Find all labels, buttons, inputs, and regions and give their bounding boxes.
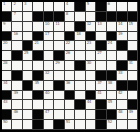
white-cell[interactable] [23,12,33,22]
black-cell [107,12,117,22]
clue-number: 46 [13,110,17,114]
clue-number: 22 [66,41,70,45]
white-cell[interactable]: 8 [65,12,75,22]
white-cell[interactable] [44,51,54,61]
white-cell[interactable] [44,2,54,12]
clue-number: 35 [34,81,38,85]
clue-number: 47 [45,110,49,114]
clue-number: 26 [66,51,70,55]
white-cell[interactable] [128,32,138,42]
clue-number: 42 [118,91,122,95]
clue-number: 34 [3,81,7,85]
white-cell[interactable]: 13 [96,22,106,32]
clue-number: 4 [66,2,68,6]
clue-number: 15 [129,22,133,26]
white-cell[interactable]: 39 [12,91,22,101]
clue-number: 51 [66,120,70,124]
black-cell [96,2,106,12]
clue-number: 30 [87,61,91,65]
white-cell[interactable] [54,91,64,101]
black-cell [96,100,106,110]
clue-number: 40 [45,91,49,95]
white-cell[interactable] [65,22,75,32]
white-cell[interactable] [75,91,85,101]
clue-number: 41 [97,91,101,95]
white-cell[interactable] [54,110,64,120]
clue-number: 8 [66,12,68,16]
white-cell[interactable]: 49 [128,110,138,120]
white-cell[interactable] [128,41,138,51]
clue-number: 31 [129,61,133,65]
clue-number: 2 [13,2,15,6]
white-cell[interactable]: 46 [12,110,22,120]
clue-number: 25 [24,51,28,55]
white-cell[interactable] [128,91,138,101]
black-cell [75,61,85,71]
clue-number: 20 [3,41,7,45]
white-cell[interactable] [86,110,96,120]
white-cell[interactable]: 50 [2,120,12,130]
white-cell[interactable] [86,120,96,130]
black-cell [33,51,43,61]
crossword-grid: 1234567891011121314151617181920212223242… [0,0,140,132]
white-cell[interactable] [75,41,85,51]
clue-number: 7 [13,12,15,16]
white-cell[interactable] [75,71,85,81]
white-cell[interactable] [33,2,43,12]
clue-number: 28 [3,61,7,65]
white-cell[interactable] [75,120,85,130]
white-cell[interactable]: 17 [44,32,54,42]
white-cell[interactable] [107,61,117,71]
white-cell[interactable] [23,32,33,42]
white-cell[interactable] [23,71,33,81]
white-cell[interactable] [23,100,33,110]
clue-number: 33 [118,71,122,75]
white-cell[interactable] [54,71,64,81]
clue-number: 49 [129,110,133,114]
black-cell [75,2,85,12]
white-cell[interactable]: 19 [117,32,127,42]
white-cell[interactable]: 34 [2,81,12,91]
black-cell [12,51,22,61]
white-cell[interactable]: 26 [65,51,75,61]
clue-number: 6 [108,2,110,6]
black-cell [54,120,64,130]
clue-number: 27 [97,51,101,55]
white-cell[interactable]: 9 [2,22,12,32]
white-cell[interactable]: 12 [86,22,96,32]
black-cell [65,91,75,101]
black-cell [33,12,43,22]
white-cell[interactable]: 42 [117,91,127,101]
white-cell[interactable]: 6 [107,2,117,12]
clue-number: 23 [87,41,91,45]
white-cell[interactable]: 15 [128,22,138,32]
white-cell[interactable] [33,100,43,110]
white-cell[interactable] [12,120,22,130]
clue-number: 10 [45,22,49,26]
white-cell[interactable] [128,71,138,81]
white-cell[interactable] [117,51,127,61]
white-cell[interactable] [86,71,96,81]
clue-number: 11 [55,22,59,26]
white-cell[interactable]: 40 [44,91,54,101]
white-cell[interactable]: 29 [54,61,64,71]
white-cell[interactable] [54,41,64,51]
white-cell[interactable] [23,61,33,71]
clue-number: 21 [34,41,38,45]
white-cell[interactable] [54,100,64,110]
white-cell[interactable] [23,91,33,101]
white-cell[interactable] [33,61,43,71]
white-cell[interactable] [12,61,22,71]
white-cell[interactable] [117,120,127,130]
white-cell[interactable]: 25 [23,51,33,61]
clue-number: 29 [55,61,59,65]
white-cell[interactable] [75,81,85,91]
white-cell[interactable]: 48 [117,110,127,120]
white-cell[interactable]: 36 [65,81,75,91]
white-cell[interactable] [107,51,117,61]
black-cell [33,120,43,130]
clue-number: 12 [87,22,91,26]
white-cell[interactable] [23,22,33,32]
white-cell[interactable]: 27 [96,51,106,61]
clue-number: 3 [24,2,26,6]
white-cell[interactable]: 43 [2,100,12,110]
black-cell [75,100,85,110]
black-cell [33,91,43,101]
white-cell[interactable]: 38 [107,81,117,91]
white-cell[interactable]: 35 [33,81,43,91]
white-cell[interactable]: 5 [86,2,96,12]
clue-number: 14 [118,22,122,26]
white-cell[interactable]: 32 [44,71,54,81]
white-cell[interactable]: 28 [2,61,12,71]
white-cell[interactable]: 41 [96,91,106,101]
black-cell [54,81,64,91]
white-cell[interactable]: 52 [107,120,117,130]
clue-number: 17 [45,32,49,36]
white-cell[interactable] [65,100,75,110]
white-cell[interactable] [96,61,106,71]
clue-number: 19 [118,32,122,36]
white-cell[interactable] [44,41,54,51]
clue-number: 38 [108,81,112,85]
clue-number: 5 [87,2,89,6]
black-cell [96,120,106,130]
white-cell[interactable]: 20 [2,41,12,51]
clue-number: 9 [3,22,5,26]
clue-number: 44 [87,100,91,104]
clue-number: 18 [76,32,80,36]
white-cell[interactable]: 7 [12,12,22,22]
clue-number: 37 [97,81,101,85]
white-cell[interactable] [75,51,85,61]
clue-number: 32 [45,71,49,75]
white-cell[interactable]: 16 [12,32,22,42]
white-cell[interactable]: 1 [2,2,12,12]
white-cell[interactable]: 44 [86,100,96,110]
clue-number: 48 [118,110,122,114]
white-cell[interactable] [96,32,106,42]
white-cell[interactable] [65,61,75,71]
clue-number: 16 [13,32,17,36]
black-cell [128,81,138,91]
white-cell[interactable] [23,120,33,130]
white-cell[interactable]: 51 [65,120,75,130]
white-cell[interactable]: 24 [107,41,117,51]
white-cell[interactable] [117,2,127,12]
black-cell [33,110,43,120]
white-cell[interactable]: 33 [117,71,127,81]
clue-number: 39 [13,91,17,95]
white-cell[interactable]: 23 [86,41,96,51]
clue-number: 36 [66,81,70,85]
white-cell[interactable] [12,41,22,51]
white-cell[interactable] [128,120,138,130]
white-cell[interactable] [33,22,43,32]
white-cell[interactable] [128,2,138,12]
white-cell[interactable] [23,110,33,120]
white-cell[interactable] [107,22,117,32]
white-cell[interactable] [44,120,54,130]
white-cell[interactable]: 11 [54,22,64,32]
clue-number: 43 [3,100,7,104]
white-cell[interactable]: 47 [44,110,54,120]
white-cell[interactable] [75,110,85,120]
black-cell [23,81,33,91]
black-cell [96,110,106,120]
white-cell[interactable] [86,81,96,91]
clue-number: 50 [3,120,7,124]
black-cell [12,71,22,81]
white-cell[interactable] [54,2,64,12]
white-cell[interactable]: 31 [128,61,138,71]
white-cell[interactable]: 18 [75,32,85,42]
clue-number: 45 [108,100,112,104]
white-cell[interactable]: 21 [33,41,43,51]
white-cell[interactable] [75,12,85,22]
clue-number: 1 [3,2,5,6]
black-cell [117,41,127,51]
clue-number: 13 [97,22,101,26]
white-cell[interactable]: 30 [86,61,96,71]
white-cell[interactable]: 45 [107,100,117,110]
white-cell[interactable]: 3 [23,2,33,12]
clue-number: 24 [108,41,112,45]
clue-number: 52 [108,120,112,124]
white-cell[interactable] [54,32,64,42]
